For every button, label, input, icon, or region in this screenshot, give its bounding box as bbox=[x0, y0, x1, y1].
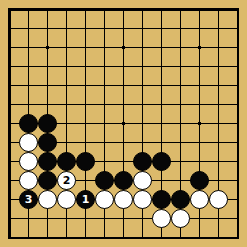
move-number-label: 2 bbox=[63, 175, 71, 186]
go-stone-black[interactable] bbox=[190, 171, 209, 190]
go-stone-black[interactable] bbox=[38, 152, 57, 171]
go-stone-white[interactable] bbox=[19, 171, 38, 190]
go-stone-black[interactable]: 1 bbox=[76, 190, 95, 209]
go-stone-black[interactable] bbox=[38, 133, 57, 152]
go-stone-black[interactable] bbox=[152, 152, 171, 171]
go-stone-black[interactable] bbox=[76, 152, 95, 171]
go-stone-black[interactable] bbox=[19, 114, 38, 133]
go-stone-black[interactable]: 3 bbox=[19, 190, 38, 209]
go-stone-black[interactable] bbox=[38, 114, 57, 133]
go-stone-white[interactable] bbox=[209, 190, 228, 209]
go-stone-black[interactable] bbox=[133, 152, 152, 171]
go-stone-white[interactable]: 2 bbox=[57, 171, 76, 190]
go-stone-white[interactable] bbox=[133, 171, 152, 190]
move-number-label: 1 bbox=[82, 194, 90, 205]
go-stone-black[interactable] bbox=[95, 171, 114, 190]
go-stone-white[interactable] bbox=[190, 190, 209, 209]
stones-layer[interactable]: 231 bbox=[0, 0, 247, 247]
go-board-diagram: 231 bbox=[0, 0, 247, 247]
go-stone-white[interactable] bbox=[114, 190, 133, 209]
go-stone-white[interactable] bbox=[19, 152, 38, 171]
go-stone-black[interactable] bbox=[171, 190, 190, 209]
go-stone-white[interactable] bbox=[171, 209, 190, 228]
go-stone-white[interactable] bbox=[133, 190, 152, 209]
move-number-label: 3 bbox=[25, 194, 33, 205]
go-stone-white[interactable] bbox=[152, 209, 171, 228]
go-stone-white[interactable] bbox=[38, 190, 57, 209]
go-stone-white[interactable] bbox=[57, 190, 76, 209]
go-stone-white[interactable] bbox=[19, 133, 38, 152]
go-stone-black[interactable] bbox=[38, 171, 57, 190]
go-stone-black[interactable] bbox=[152, 190, 171, 209]
go-stone-black[interactable] bbox=[57, 152, 76, 171]
go-stone-white[interactable] bbox=[95, 190, 114, 209]
go-stone-black[interactable] bbox=[114, 171, 133, 190]
